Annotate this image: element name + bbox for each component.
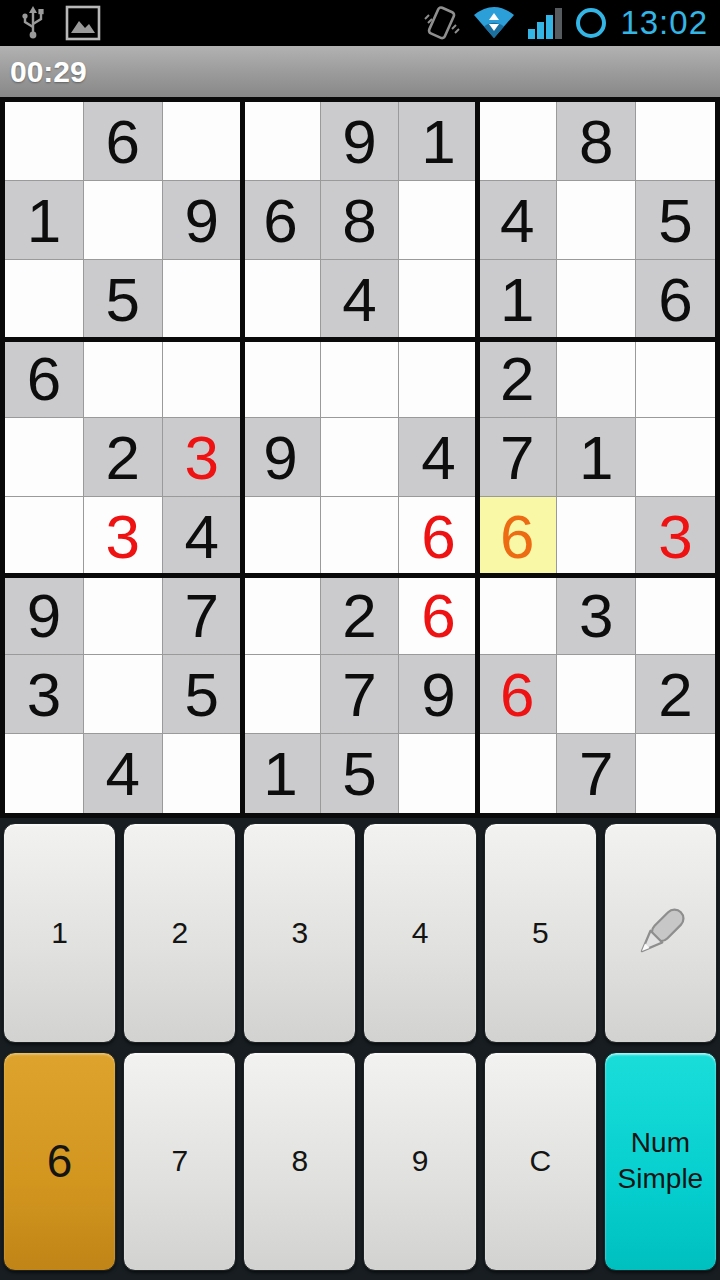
cell-r3c1[interactable] [5, 260, 84, 339]
cell-r9c9[interactable] [636, 734, 715, 813]
cell-r4c2[interactable] [84, 339, 163, 418]
num-button-1[interactable]: 1 [3, 823, 116, 1043]
sudoku-board-frame: 6918196845541662239471346639726335796241… [0, 97, 720, 818]
cell-r4c7[interactable]: 2 [478, 339, 557, 418]
cell-r9c2[interactable]: 4 [84, 734, 163, 813]
cell-r7c1[interactable]: 9 [5, 576, 84, 655]
status-clock: 13:02 [616, 4, 712, 42]
usb-icon [20, 5, 46, 41]
cell-r3c9[interactable]: 6 [636, 260, 715, 339]
cell-r1c7[interactable] [478, 102, 557, 181]
cell-r7c9[interactable] [636, 576, 715, 655]
status-bar: 13:02 [0, 0, 720, 46]
cell-r2c6[interactable] [399, 181, 478, 260]
number-keypad: 1 2 3 4 5 6 7 8 9 C Num Simple [0, 818, 720, 1280]
cell-r7c4[interactable] [242, 576, 321, 655]
cell-r1c5[interactable]: 9 [321, 102, 400, 181]
cell-r7c7[interactable] [478, 576, 557, 655]
signal-icon [526, 5, 566, 41]
cell-r9c8[interactable]: 7 [557, 734, 636, 813]
cell-r8c1[interactable]: 3 [5, 655, 84, 734]
cell-r1c1[interactable] [5, 102, 84, 181]
cell-r2c9[interactable]: 5 [636, 181, 715, 260]
cell-r8c2[interactable] [84, 655, 163, 734]
sudoku-app: 13:02 00:29 6918196845541662239471346639… [0, 0, 720, 1280]
status-bar-system: 13:02 [422, 3, 712, 43]
cell-r5c8[interactable]: 1 [557, 418, 636, 497]
cell-r6c7[interactable]: 6 [478, 497, 557, 576]
vibrate-icon [422, 3, 462, 43]
pencil-button[interactable] [604, 823, 717, 1043]
battery-circle-icon [576, 8, 606, 38]
cell-r9c5[interactable]: 5 [321, 734, 400, 813]
cell-r5c9[interactable] [636, 418, 715, 497]
cell-r2c7[interactable]: 4 [478, 181, 557, 260]
cell-r1c6[interactable]: 1 [399, 102, 478, 181]
cell-r3c6[interactable] [399, 260, 478, 339]
cell-r4c6[interactable] [399, 339, 478, 418]
cell-r5c6[interactable]: 4 [399, 418, 478, 497]
cell-r3c5[interactable]: 4 [321, 260, 400, 339]
cell-r2c1[interactable]: 1 [5, 181, 84, 260]
cell-r3c7[interactable]: 1 [478, 260, 557, 339]
cell-r6c1[interactable] [5, 497, 84, 576]
cell-r7c5[interactable]: 2 [321, 576, 400, 655]
cell-r5c3[interactable]: 3 [163, 418, 242, 497]
status-bar-notifications [20, 4, 102, 42]
cell-r2c5[interactable]: 8 [321, 181, 400, 260]
cell-r6c4[interactable] [242, 497, 321, 576]
cell-r6c9[interactable]: 3 [636, 497, 715, 576]
cell-r2c4[interactable]: 6 [242, 181, 321, 260]
timer-bar: 00:29 [0, 46, 720, 97]
num-button-3[interactable]: 3 [243, 823, 356, 1043]
cell-r6c2[interactable]: 3 [84, 497, 163, 576]
cell-r7c3[interactable]: 7 [163, 576, 242, 655]
cell-r3c2[interactable]: 5 [84, 260, 163, 339]
cell-r6c6[interactable]: 6 [399, 497, 478, 576]
cell-r3c4[interactable] [242, 260, 321, 339]
cell-r8c7[interactable]: 6 [478, 655, 557, 734]
clear-button[interactable]: C [484, 1052, 597, 1272]
cell-r3c3[interactable] [163, 260, 242, 339]
cell-r3c8[interactable] [557, 260, 636, 339]
cell-r5c4[interactable]: 9 [242, 418, 321, 497]
cell-r7c2[interactable] [84, 576, 163, 655]
image-icon [64, 4, 102, 42]
wifi-icon [472, 5, 516, 41]
cell-r5c5[interactable] [321, 418, 400, 497]
cell-r8c9[interactable]: 2 [636, 655, 715, 734]
cell-r4c4[interactable] [242, 339, 321, 418]
num-button-6-selected[interactable]: 6 [3, 1052, 116, 1272]
cell-r8c3[interactable]: 5 [163, 655, 242, 734]
cell-r4c8[interactable] [557, 339, 636, 418]
cell-r1c9[interactable] [636, 102, 715, 181]
num-button-2[interactable]: 2 [123, 823, 236, 1043]
num-button-9[interactable]: 9 [363, 1052, 476, 1272]
cell-r7c8[interactable]: 3 [557, 576, 636, 655]
cell-r9c4[interactable]: 1 [242, 734, 321, 813]
cell-r2c2[interactable] [84, 181, 163, 260]
cell-r8c4[interactable] [242, 655, 321, 734]
cell-r1c2[interactable]: 6 [84, 102, 163, 181]
cell-r8c5[interactable]: 7 [321, 655, 400, 734]
cell-r1c4[interactable] [242, 102, 321, 181]
cell-r6c5[interactable] [321, 497, 400, 576]
cell-r4c9[interactable] [636, 339, 715, 418]
elapsed-time: 00:29 [0, 55, 87, 89]
cell-r6c8[interactable] [557, 497, 636, 576]
cell-r4c3[interactable] [163, 339, 242, 418]
cell-r5c7[interactable]: 7 [478, 418, 557, 497]
cell-r4c5[interactable] [321, 339, 400, 418]
cell-r7c6[interactable]: 6 [399, 576, 478, 655]
pencil-icon [628, 901, 692, 965]
cell-r9c6[interactable] [399, 734, 478, 813]
cell-r2c3[interactable]: 9 [163, 181, 242, 260]
cell-r1c8[interactable]: 8 [557, 102, 636, 181]
cell-r9c7[interactable] [478, 734, 557, 813]
cell-r5c1[interactable] [5, 418, 84, 497]
cell-r8c6[interactable]: 9 [399, 655, 478, 734]
cell-r9c3[interactable] [163, 734, 242, 813]
cell-r1c3[interactable] [163, 102, 242, 181]
cell-r4c1[interactable]: 6 [5, 339, 84, 418]
cell-r6c3[interactable]: 4 [163, 497, 242, 576]
num-button-5[interactable]: 5 [484, 823, 597, 1043]
cell-r5c2[interactable]: 2 [84, 418, 163, 497]
num-button-4[interactable]: 4 [363, 823, 476, 1043]
num-button-7[interactable]: 7 [123, 1052, 236, 1272]
num-simple-mode-button[interactable]: Num Simple [604, 1052, 717, 1272]
sudoku-board: 6918196845541662239471346639726335796241… [5, 102, 715, 813]
num-button-8[interactable]: 8 [243, 1052, 356, 1272]
cell-r9c1[interactable] [5, 734, 84, 813]
cell-r2c8[interactable] [557, 181, 636, 260]
cell-r8c8[interactable] [557, 655, 636, 734]
